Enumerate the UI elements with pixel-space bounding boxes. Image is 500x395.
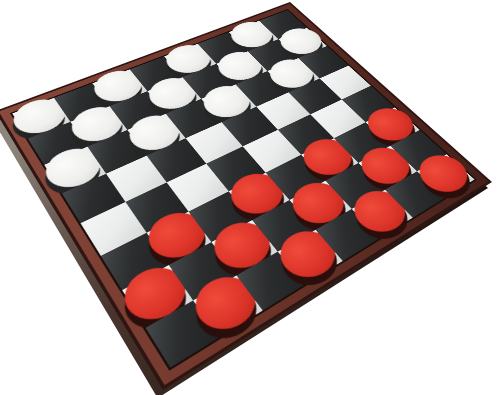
board-grid	[12, 10, 474, 367]
photo-background	[0, 0, 500, 395]
checkers-board	[0, 2, 492, 390]
